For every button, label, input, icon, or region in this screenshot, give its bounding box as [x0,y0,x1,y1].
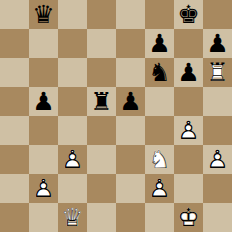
square-e3[interactable] [116,145,145,174]
square-a4[interactable] [0,116,29,145]
square-c7[interactable] [58,29,87,58]
square-f7[interactable]: ♟ [145,29,174,58]
square-e5[interactable]: ♟ [116,87,145,116]
square-a2[interactable] [0,174,29,203]
square-f8[interactable] [145,0,174,29]
square-g1[interactable]: ♚♔ [174,203,203,232]
square-c2[interactable] [58,174,87,203]
square-h6[interactable]: ♜♖ [203,58,232,87]
square-d1[interactable] [87,203,116,232]
square-g8[interactable]: ♚ [174,0,203,29]
square-h3[interactable]: ♟♙ [203,145,232,174]
square-e2[interactable] [116,174,145,203]
square-d7[interactable] [87,29,116,58]
pawn-glyph-outline: ♙ [29,174,58,203]
pawn-glyph-fill: ♟ [145,29,174,58]
square-b7[interactable] [29,29,58,58]
black-knight-f6[interactable]: ♞ [145,58,174,87]
pawn-glyph-outline: ♙ [145,174,174,203]
white-pawn-f2[interactable]: ♟♙ [145,174,174,203]
square-b2[interactable]: ♟♙ [29,174,58,203]
square-e1[interactable] [116,203,145,232]
white-pawn-h3[interactable]: ♟♙ [203,145,232,174]
square-g6[interactable]: ♟ [174,58,203,87]
white-king-g1[interactable]: ♚♔ [174,203,203,232]
square-b8[interactable]: ♛ [29,0,58,29]
pawn-glyph-fill: ♟ [29,87,58,116]
pawn-glyph-fill: ♟ [116,87,145,116]
black-pawn-h7[interactable]: ♟ [203,29,232,58]
white-knight-f3[interactable]: ♞♘ [145,145,174,174]
knight-glyph-fill: ♞ [145,58,174,87]
square-a5[interactable] [0,87,29,116]
white-pawn-c3[interactable]: ♟♙ [58,145,87,174]
square-b6[interactable] [29,58,58,87]
pawn-glyph-fill: ♟ [203,29,232,58]
square-f3[interactable]: ♞♘ [145,145,174,174]
square-c4[interactable] [58,116,87,145]
square-g4[interactable]: ♟♙ [174,116,203,145]
white-pawn-g4[interactable]: ♟♙ [174,116,203,145]
square-d6[interactable] [87,58,116,87]
square-b5[interactable]: ♟ [29,87,58,116]
square-h2[interactable] [203,174,232,203]
black-pawn-b5[interactable]: ♟ [29,87,58,116]
square-a8[interactable] [0,0,29,29]
square-h5[interactable] [203,87,232,116]
square-f4[interactable] [145,116,174,145]
square-c3[interactable]: ♟♙ [58,145,87,174]
square-a6[interactable] [0,58,29,87]
square-c1[interactable]: ♛♕ [58,203,87,232]
white-queen-c1[interactable]: ♛♕ [58,203,87,232]
square-g7[interactable] [174,29,203,58]
black-pawn-e5[interactable]: ♟ [116,87,145,116]
black-pawn-f7[interactable]: ♟ [145,29,174,58]
queen-glyph-fill: ♛ [29,0,58,29]
square-f1[interactable] [145,203,174,232]
square-b3[interactable] [29,145,58,174]
square-b1[interactable] [29,203,58,232]
king-glyph-outline: ♔ [174,203,203,232]
pawn-glyph-outline: ♙ [203,145,232,174]
square-c8[interactable] [58,0,87,29]
square-e8[interactable] [116,0,145,29]
square-d5[interactable]: ♜ [87,87,116,116]
square-d3[interactable] [87,145,116,174]
square-g2[interactable] [174,174,203,203]
pawn-glyph-outline: ♙ [58,145,87,174]
knight-glyph-outline: ♘ [145,145,174,174]
white-rook-h6[interactable]: ♜♖ [203,58,232,87]
square-c5[interactable] [58,87,87,116]
square-g3[interactable] [174,145,203,174]
square-d2[interactable] [87,174,116,203]
square-g5[interactable] [174,87,203,116]
square-d4[interactable] [87,116,116,145]
square-f5[interactable] [145,87,174,116]
queen-glyph-outline: ♕ [58,203,87,232]
black-rook-d5[interactable]: ♜ [87,87,116,116]
square-h4[interactable] [203,116,232,145]
rook-glyph-fill: ♜ [87,87,116,116]
pawn-glyph-outline: ♙ [174,116,203,145]
square-h7[interactable]: ♟ [203,29,232,58]
rook-glyph-outline: ♖ [203,58,232,87]
white-pawn-b2[interactable]: ♟♙ [29,174,58,203]
square-f6[interactable]: ♞ [145,58,174,87]
square-a1[interactable] [0,203,29,232]
square-e4[interactable] [116,116,145,145]
square-h1[interactable] [203,203,232,232]
square-e6[interactable] [116,58,145,87]
king-glyph-fill: ♚ [174,0,203,29]
pawn-glyph-fill: ♟ [174,58,203,87]
square-h8[interactable] [203,0,232,29]
chess-board: ♛♚♟♟♞♟♜♖♟♜♟♟♙♟♙♞♘♟♙♟♙♟♙♛♕♚♔ [0,0,232,232]
square-d8[interactable] [87,0,116,29]
black-king-g8[interactable]: ♚ [174,0,203,29]
square-b4[interactable] [29,116,58,145]
square-a7[interactable] [0,29,29,58]
square-a3[interactable] [0,145,29,174]
square-c6[interactable] [58,58,87,87]
black-queen-b8[interactable]: ♛ [29,0,58,29]
black-pawn-g6[interactable]: ♟ [174,58,203,87]
square-f2[interactable]: ♟♙ [145,174,174,203]
square-e7[interactable] [116,29,145,58]
